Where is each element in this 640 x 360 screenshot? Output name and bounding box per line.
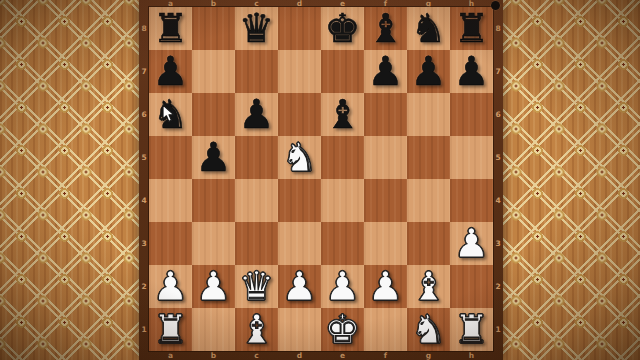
square-f2[interactable]: ♟ xyxy=(364,265,407,308)
rank-labels-right: 87654321 xyxy=(493,7,503,351)
file-label: d xyxy=(278,0,321,7)
file-label: e xyxy=(321,351,364,360)
rank-labels-left: 87654321 xyxy=(139,7,149,351)
piece-black-pawn[interactable]: ♟ xyxy=(196,136,232,179)
square-a8[interactable]: ♜ xyxy=(149,7,192,50)
file-label: h xyxy=(450,351,493,360)
piece-white-pawn[interactable]: ♟ xyxy=(454,222,490,265)
square-d7[interactable] xyxy=(278,50,321,93)
square-a1[interactable]: ♜ xyxy=(149,308,192,351)
rank-label: 6 xyxy=(493,93,503,136)
board-squares[interactable]: ♜♛♚♝♞♜♟♟♟♟♞♟♝♟♞♟♟♟♛♟♟♟♝♜♝♚♞♜ xyxy=(149,7,493,351)
rank-label: 2 xyxy=(493,265,503,308)
square-d8[interactable] xyxy=(278,7,321,50)
square-h7[interactable]: ♟ xyxy=(450,50,493,93)
piece-white-pawn[interactable]: ♟ xyxy=(196,265,232,308)
square-f1[interactable] xyxy=(364,308,407,351)
rank-label: 4 xyxy=(493,179,503,222)
piece-white-knight[interactable]: ♞ xyxy=(411,308,447,351)
rank-label: 5 xyxy=(139,136,149,179)
piece-black-rook[interactable]: ♜ xyxy=(153,7,189,50)
square-c5[interactable] xyxy=(235,136,278,179)
square-g6[interactable] xyxy=(407,93,450,136)
rank-label: 7 xyxy=(139,50,149,93)
file-label: b xyxy=(192,351,235,360)
square-b5[interactable]: ♟ xyxy=(192,136,235,179)
file-label: f xyxy=(364,351,407,360)
square-g5[interactable] xyxy=(407,136,450,179)
square-g1[interactable]: ♞ xyxy=(407,308,450,351)
square-f6[interactable] xyxy=(364,93,407,136)
square-d3[interactable] xyxy=(278,222,321,265)
chess-board: abcdefgh abcdefgh 87654321 87654321 ♜♛♚♝… xyxy=(139,0,503,360)
square-e4[interactable] xyxy=(321,179,364,222)
square-e8[interactable]: ♚ xyxy=(321,7,364,50)
piece-black-pawn[interactable]: ♟ xyxy=(454,50,490,93)
square-c8[interactable]: ♛ xyxy=(235,7,278,50)
square-g2[interactable]: ♝ xyxy=(407,265,450,308)
square-d1[interactable] xyxy=(278,308,321,351)
piece-black-queen[interactable]: ♛ xyxy=(239,7,275,50)
piece-white-bishop[interactable]: ♝ xyxy=(411,265,447,308)
piece-white-pawn[interactable]: ♟ xyxy=(368,265,404,308)
piece-black-pawn[interactable]: ♟ xyxy=(411,50,447,93)
square-a7[interactable]: ♟ xyxy=(149,50,192,93)
file-labels-bottom: abcdefgh xyxy=(149,351,493,360)
square-e6[interactable]: ♝ xyxy=(321,93,364,136)
piece-black-bishop[interactable]: ♝ xyxy=(325,93,361,136)
square-e1[interactable]: ♚ xyxy=(321,308,364,351)
piece-white-king[interactable]: ♚ xyxy=(325,308,361,351)
file-label: b xyxy=(192,0,235,7)
black-to-move-indicator xyxy=(491,1,500,10)
rank-label: 1 xyxy=(139,308,149,351)
square-f4[interactable] xyxy=(364,179,407,222)
piece-black-rook[interactable]: ♜ xyxy=(454,7,490,50)
square-h2[interactable] xyxy=(450,265,493,308)
square-b3[interactable] xyxy=(192,222,235,265)
square-a2[interactable]: ♟ xyxy=(149,265,192,308)
square-b8[interactable] xyxy=(192,7,235,50)
piece-white-pawn[interactable]: ♟ xyxy=(325,265,361,308)
square-h8[interactable]: ♜ xyxy=(450,7,493,50)
square-d6[interactable] xyxy=(278,93,321,136)
piece-white-rook[interactable]: ♜ xyxy=(454,308,490,351)
square-c1[interactable]: ♝ xyxy=(235,308,278,351)
square-c7[interactable] xyxy=(235,50,278,93)
piece-black-pawn[interactable]: ♟ xyxy=(368,50,404,93)
file-label: c xyxy=(235,351,278,360)
square-c3[interactable] xyxy=(235,222,278,265)
square-e5[interactable] xyxy=(321,136,364,179)
square-d4[interactable] xyxy=(278,179,321,222)
square-a3[interactable] xyxy=(149,222,192,265)
square-h1[interactable]: ♜ xyxy=(450,308,493,351)
file-label: a xyxy=(149,351,192,360)
rank-label: 2 xyxy=(139,265,149,308)
rank-label: 7 xyxy=(493,50,503,93)
piece-black-pawn[interactable]: ♟ xyxy=(153,50,189,93)
square-h3[interactable]: ♟ xyxy=(450,222,493,265)
piece-white-rook[interactable]: ♜ xyxy=(153,308,189,351)
square-e7[interactable] xyxy=(321,50,364,93)
square-f3[interactable] xyxy=(364,222,407,265)
square-b4[interactable] xyxy=(192,179,235,222)
square-h5[interactable] xyxy=(450,136,493,179)
square-c2[interactable]: ♛ xyxy=(235,265,278,308)
square-d5[interactable]: ♞ xyxy=(278,136,321,179)
square-g3[interactable] xyxy=(407,222,450,265)
square-g7[interactable]: ♟ xyxy=(407,50,450,93)
square-h4[interactable] xyxy=(450,179,493,222)
piece-white-pawn[interactable]: ♟ xyxy=(282,265,318,308)
square-g8[interactable]: ♞ xyxy=(407,7,450,50)
rank-label: 5 xyxy=(493,136,503,179)
square-f5[interactable] xyxy=(364,136,407,179)
piece-black-king[interactable]: ♚ xyxy=(325,7,361,50)
piece-black-knight[interactable]: ♞ xyxy=(411,7,447,50)
square-d2[interactable]: ♟ xyxy=(278,265,321,308)
square-f8[interactable]: ♝ xyxy=(364,7,407,50)
square-e3[interactable] xyxy=(321,222,364,265)
piece-white-queen[interactable]: ♛ xyxy=(239,265,275,308)
rank-label: 4 xyxy=(139,179,149,222)
piece-white-pawn[interactable]: ♟ xyxy=(153,265,189,308)
square-b7[interactable] xyxy=(192,50,235,93)
square-c4[interactable] xyxy=(235,179,278,222)
square-b6[interactable] xyxy=(192,93,235,136)
square-a4[interactable] xyxy=(149,179,192,222)
square-b2[interactable]: ♟ xyxy=(192,265,235,308)
square-g4[interactable] xyxy=(407,179,450,222)
piece-black-pawn[interactable]: ♟ xyxy=(239,93,275,136)
piece-black-bishop[interactable]: ♝ xyxy=(368,7,404,50)
rank-label: 8 xyxy=(139,7,149,50)
rank-label: 3 xyxy=(493,222,503,265)
rank-label: 8 xyxy=(493,7,503,50)
square-c6[interactable]: ♟ xyxy=(235,93,278,136)
square-a5[interactable] xyxy=(149,136,192,179)
square-f7[interactable]: ♟ xyxy=(364,50,407,93)
piece-white-bishop[interactable]: ♝ xyxy=(239,308,275,351)
rank-label: 1 xyxy=(493,308,503,351)
file-label: g xyxy=(407,351,450,360)
rank-label: 3 xyxy=(139,222,149,265)
mouse-cursor-icon xyxy=(162,104,175,127)
square-h6[interactable] xyxy=(450,93,493,136)
rank-label: 6 xyxy=(139,93,149,136)
square-e2[interactable]: ♟ xyxy=(321,265,364,308)
file-label: d xyxy=(278,351,321,360)
piece-white-knight[interactable]: ♞ xyxy=(282,136,318,179)
square-b1[interactable] xyxy=(192,308,235,351)
